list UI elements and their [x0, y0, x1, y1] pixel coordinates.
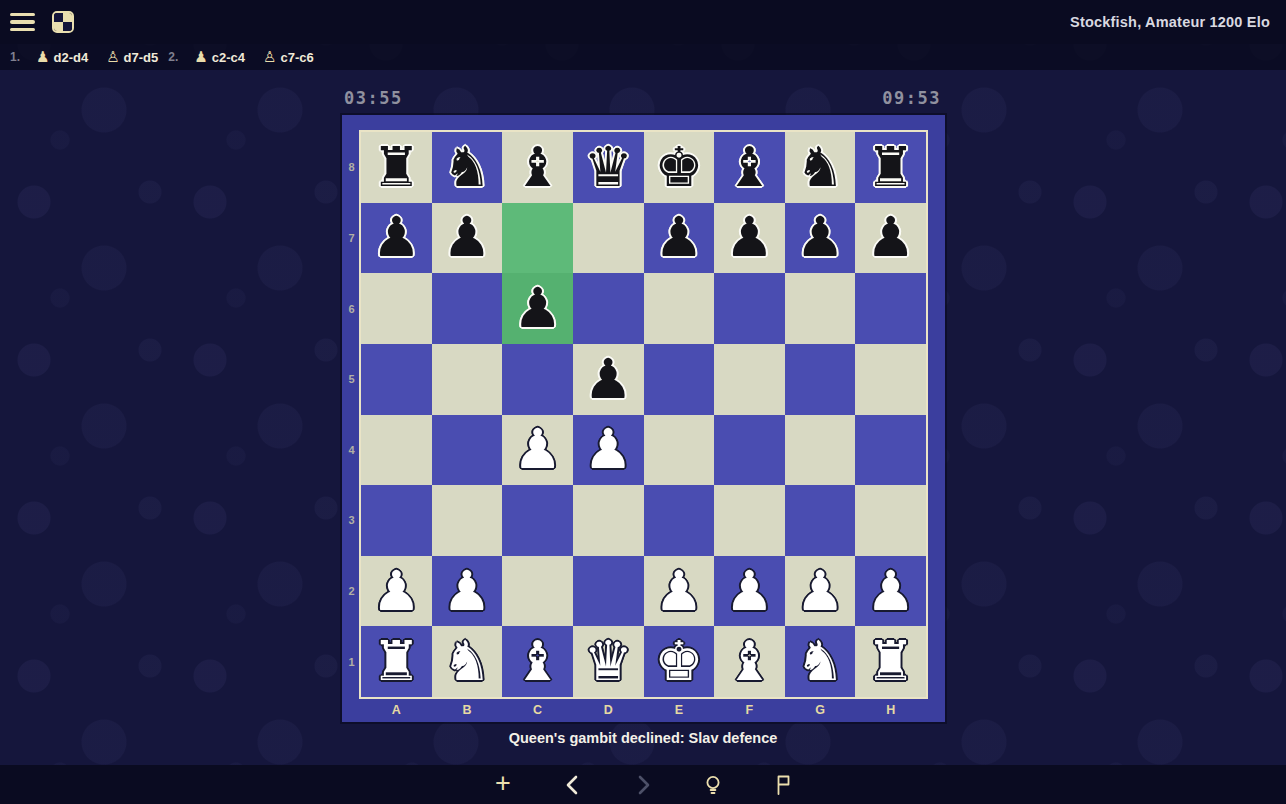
piece-white-rook[interactable]: ♜: [372, 634, 421, 689]
piece-black-pawn[interactable]: ♟: [654, 210, 703, 265]
square-h3[interactable]: [855, 485, 926, 556]
square-d1[interactable]: ♛: [573, 626, 644, 697]
chevron-right-icon: [632, 773, 654, 797]
square-c2[interactable]: [502, 556, 573, 627]
piece-black-pawn[interactable]: ♟: [513, 281, 562, 336]
move-list: 1.♟d2-d4♙d7-d52.♟c2-c4♙c7-c6: [0, 44, 1286, 70]
black-pawn-icon: ♙: [263, 50, 276, 65]
square-c6[interactable]: ♟: [502, 273, 573, 344]
board-preview-icon[interactable]: [52, 11, 74, 33]
rank-label-1: 1: [342, 626, 361, 697]
piece-white-pawn[interactable]: ♟: [513, 422, 562, 477]
file-label-d: D: [573, 697, 644, 722]
rank-label-4: 4: [342, 415, 361, 486]
board-preview-cell: [54, 13, 63, 22]
move-number: 2.: [168, 50, 178, 64]
file-label-b: B: [432, 697, 503, 722]
square-b7[interactable]: ♟: [432, 203, 503, 274]
square-a2[interactable]: ♟: [361, 556, 432, 627]
square-e7[interactable]: ♟: [644, 203, 715, 274]
square-h4[interactable]: [855, 415, 926, 486]
rank-label-3: 3: [342, 485, 361, 556]
piece-black-bishop[interactable]: ♝: [513, 140, 562, 195]
square-b3[interactable]: [432, 485, 503, 556]
piece-black-rook[interactable]: ♜: [372, 140, 421, 195]
piece-black-king[interactable]: ♚: [654, 140, 703, 195]
clock-left: 03:55: [344, 88, 403, 108]
piece-white-pawn[interactable]: ♟: [795, 564, 844, 619]
square-a3[interactable]: [361, 485, 432, 556]
plus-icon: +: [495, 770, 511, 797]
piece-black-pawn[interactable]: ♟: [584, 352, 633, 407]
square-a8[interactable]: ♜: [361, 132, 432, 203]
piece-white-pawn[interactable]: ♟: [654, 564, 703, 619]
chevron-left-icon: [562, 773, 584, 797]
square-d5[interactable]: ♟: [573, 344, 644, 415]
lightbulb-icon: [702, 773, 724, 797]
move-black[interactable]: d7-d5: [124, 50, 159, 65]
square-a1[interactable]: ♜: [361, 626, 432, 697]
square-c1[interactable]: ♝: [502, 626, 573, 697]
white-pawn-icon: ♟: [194, 50, 207, 65]
top-bar: Stockfish, Amateur 1200 Elo: [0, 0, 1286, 44]
piece-black-pawn[interactable]: ♟: [372, 210, 421, 265]
rank-labels: 87654321: [342, 132, 361, 697]
square-c8[interactable]: ♝: [502, 132, 573, 203]
previous-move-button[interactable]: [553, 768, 593, 802]
piece-white-pawn[interactable]: ♟: [584, 422, 633, 477]
next-move-button[interactable]: [623, 768, 663, 802]
piece-black-bishop[interactable]: ♝: [725, 140, 774, 195]
file-label-g: G: [785, 697, 856, 722]
square-a4[interactable]: [361, 415, 432, 486]
square-f4[interactable]: [714, 415, 785, 486]
square-e8[interactable]: ♚: [644, 132, 715, 203]
chess-board: 87654321 ♜♞♝♛♚♝♞♜♟♟♟♟♟♟♟♟♟♟♟♟♟♟♟♟♜♞♝♛♚♝♞…: [342, 115, 945, 722]
square-c3[interactable]: [502, 485, 573, 556]
opponent-label: Stockfish, Amateur 1200 Elo: [1070, 14, 1270, 30]
piece-white-knight[interactable]: ♞: [442, 634, 491, 689]
piece-black-knight[interactable]: ♞: [795, 140, 844, 195]
square-e1[interactable]: ♚: [644, 626, 715, 697]
move-white[interactable]: d2-d4: [53, 50, 88, 65]
square-e2[interactable]: ♟: [644, 556, 715, 627]
square-e3[interactable]: [644, 485, 715, 556]
square-f7[interactable]: ♟: [714, 203, 785, 274]
square-h7[interactable]: ♟: [855, 203, 926, 274]
square-d6[interactable]: [573, 273, 644, 344]
square-h1[interactable]: ♜: [855, 626, 926, 697]
file-label-a: A: [361, 697, 432, 722]
bottom-bar: +: [0, 765, 1286, 804]
piece-white-knight[interactable]: ♞: [795, 634, 844, 689]
square-e5[interactable]: [644, 344, 715, 415]
square-f6[interactable]: [714, 273, 785, 344]
square-g8[interactable]: ♞: [785, 132, 856, 203]
square-a7[interactable]: ♟: [361, 203, 432, 274]
piece-white-pawn[interactable]: ♟: [866, 564, 915, 619]
square-h6[interactable]: [855, 273, 926, 344]
square-b6[interactable]: [432, 273, 503, 344]
rank-label-2: 2: [342, 556, 361, 627]
menu-icon[interactable]: [8, 12, 38, 32]
square-f8[interactable]: ♝: [714, 132, 785, 203]
square-h5[interactable]: [855, 344, 926, 415]
piece-white-queen[interactable]: ♛: [584, 634, 633, 689]
square-c5[interactable]: [502, 344, 573, 415]
piece-black-pawn[interactable]: ♟: [795, 210, 844, 265]
toolbar-group: +: [483, 765, 803, 804]
piece-white-rook[interactable]: ♜: [866, 634, 915, 689]
file-labels: ABCDEFGH: [361, 697, 926, 722]
rank-label-7: 7: [342, 203, 361, 274]
board-preview-cell: [63, 22, 72, 31]
square-c4[interactable]: ♟: [502, 415, 573, 486]
file-label-e: E: [644, 697, 715, 722]
square-g6[interactable]: [785, 273, 856, 344]
hint-button[interactable]: [693, 768, 733, 802]
piece-black-knight[interactable]: ♞: [442, 140, 491, 195]
piece-white-pawn[interactable]: ♟: [442, 564, 491, 619]
file-label-c: C: [502, 697, 573, 722]
piece-white-bishop[interactable]: ♝: [725, 634, 774, 689]
piece-black-pawn[interactable]: ♟: [866, 210, 915, 265]
square-d3[interactable]: [573, 485, 644, 556]
square-g4[interactable]: [785, 415, 856, 486]
square-e6[interactable]: [644, 273, 715, 344]
clock-right: 09:53: [882, 88, 941, 108]
piece-black-rook[interactable]: ♜: [866, 140, 915, 195]
square-b4[interactable]: [432, 415, 503, 486]
piece-white-pawn[interactable]: ♟: [725, 564, 774, 619]
square-b2[interactable]: ♟: [432, 556, 503, 627]
piece-black-pawn[interactable]: ♟: [725, 210, 774, 265]
square-d2[interactable]: [573, 556, 644, 627]
piece-white-pawn[interactable]: ♟: [372, 564, 421, 619]
square-b5[interactable]: [432, 344, 503, 415]
opening-caption: Queen's gambit declined: Slav defence: [0, 730, 1286, 746]
square-f3[interactable]: [714, 485, 785, 556]
square-a6[interactable]: [361, 273, 432, 344]
square-b1[interactable]: ♞: [432, 626, 503, 697]
square-g7[interactable]: ♟: [785, 203, 856, 274]
file-label-h: H: [855, 697, 926, 722]
square-f5[interactable]: [714, 344, 785, 415]
square-c7[interactable]: [502, 203, 573, 274]
board-preview-cell: [63, 13, 72, 22]
move-white[interactable]: c2-c4: [212, 50, 245, 65]
square-f2[interactable]: ♟: [714, 556, 785, 627]
square-b8[interactable]: ♞: [432, 132, 503, 203]
square-g5[interactable]: [785, 344, 856, 415]
piece-black-queen[interactable]: ♛: [584, 140, 633, 195]
black-pawn-icon: ♙: [106, 50, 119, 65]
rank-label-8: 8: [342, 132, 361, 203]
board-preview-cell: [54, 22, 63, 31]
board-grid: ♜♞♝♛♚♝♞♜♟♟♟♟♟♟♟♟♟♟♟♟♟♟♟♟♜♞♝♛♚♝♞♜: [361, 132, 926, 697]
piece-white-king[interactable]: ♚: [654, 634, 703, 689]
square-h8[interactable]: ♜: [855, 132, 926, 203]
square-g3[interactable]: [785, 485, 856, 556]
rank-label-6: 6: [342, 273, 361, 344]
square-f1[interactable]: ♝: [714, 626, 785, 697]
square-a5[interactable]: [361, 344, 432, 415]
square-g1[interactable]: ♞: [785, 626, 856, 697]
flag-icon: [772, 773, 794, 797]
chess-app: Stockfish, Amateur 1200 Elo 1.♟d2-d4♙d7-…: [0, 0, 1286, 804]
piece-white-bishop[interactable]: ♝: [513, 634, 562, 689]
piece-black-pawn[interactable]: ♟: [442, 210, 491, 265]
square-h2[interactable]: ♟: [855, 556, 926, 627]
white-pawn-icon: ♟: [36, 50, 49, 65]
menu-bar: [10, 20, 35, 23]
flag-button[interactable]: [763, 768, 803, 802]
square-d8[interactable]: ♛: [573, 132, 644, 203]
square-d4[interactable]: ♟: [573, 415, 644, 486]
file-label-f: F: [714, 697, 785, 722]
move-number: 1.: [10, 50, 20, 64]
square-e4[interactable]: [644, 415, 715, 486]
square-g2[interactable]: ♟: [785, 556, 856, 627]
square-d7[interactable]: [573, 203, 644, 274]
menu-bar: [10, 28, 35, 31]
add-button[interactable]: +: [483, 768, 523, 802]
move-black[interactable]: c7-c6: [280, 50, 313, 65]
menu-bar: [10, 13, 35, 16]
rank-label-5: 5: [342, 344, 361, 415]
